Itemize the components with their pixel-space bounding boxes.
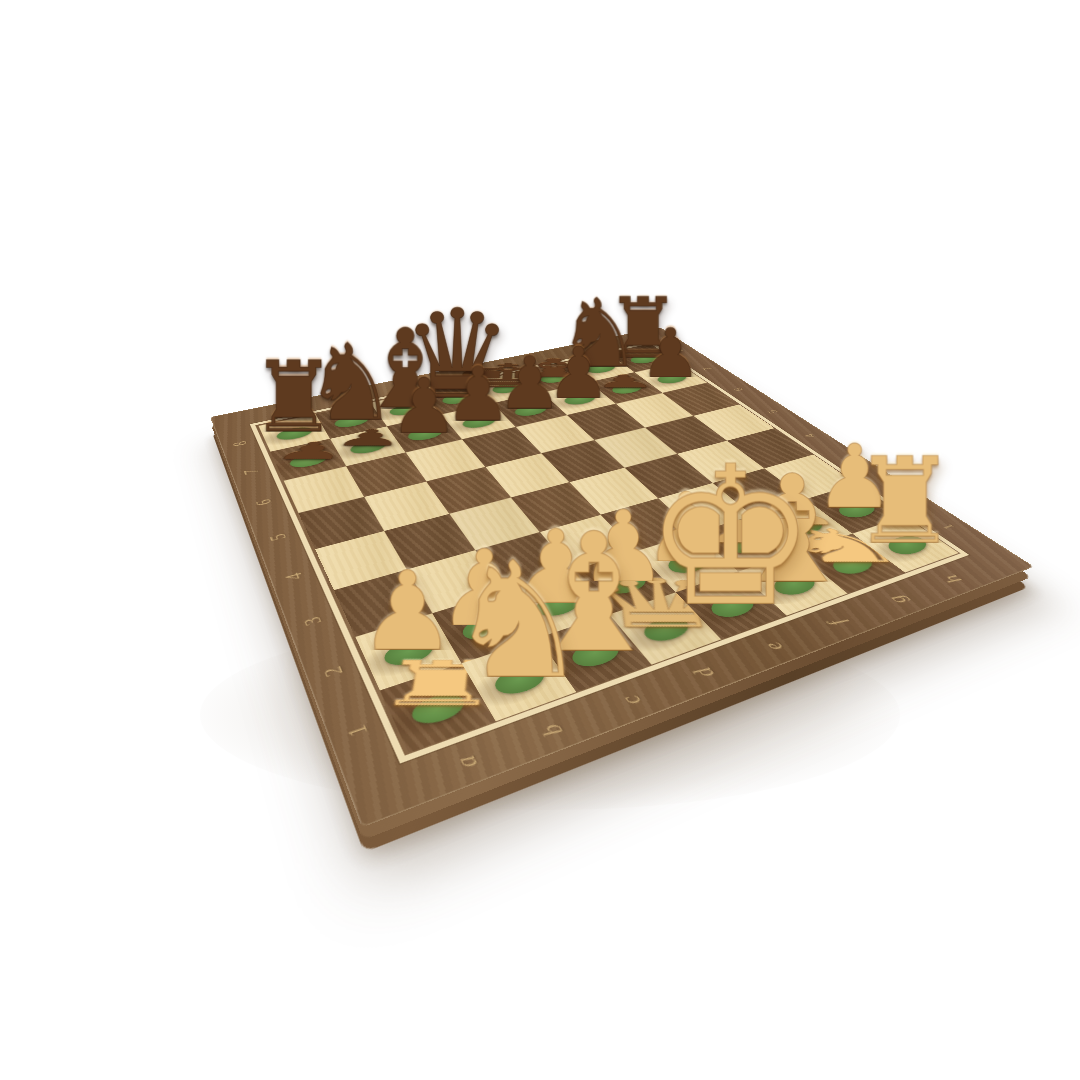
piece-glyph: ♟ <box>390 368 459 445</box>
rank-label-7: 7 <box>701 367 714 372</box>
rank-label-3: 3 <box>299 614 324 627</box>
rank-label-4: 4 <box>282 571 305 583</box>
rank-label-5: 5 <box>766 409 781 414</box>
piece-glyph: ♜ <box>852 442 958 561</box>
rank-label-8: 8 <box>230 440 249 447</box>
file-label-e: e <box>759 639 786 653</box>
file-label-h: h <box>940 573 965 585</box>
rank-label-6: 6 <box>253 498 274 507</box>
file-label-a: a <box>450 752 482 772</box>
file-label-f: f <box>825 617 848 628</box>
rank-label-1: 1 <box>342 722 371 740</box>
file-label-c: c <box>616 692 645 708</box>
rank-label-5: 5 <box>267 532 289 542</box>
file-label-g: g <box>884 593 910 606</box>
rank-label-6: 6 <box>732 387 746 392</box>
rank-label-7: 7 <box>241 467 261 475</box>
square-h7: ♟ <box>635 363 708 393</box>
piece-glyph: ♟ <box>640 319 701 387</box>
chess-photo-scene: 87654321 87654321 abcdefgh ♜♞♝♛♚♝♞♜♟♟♟♟♟… <box>0 0 1080 1080</box>
file-label-d: d <box>690 664 719 680</box>
file-label-b: b <box>536 721 567 740</box>
rank-label-2: 2 <box>319 665 346 680</box>
piece-glyph: ♞ <box>446 541 590 702</box>
